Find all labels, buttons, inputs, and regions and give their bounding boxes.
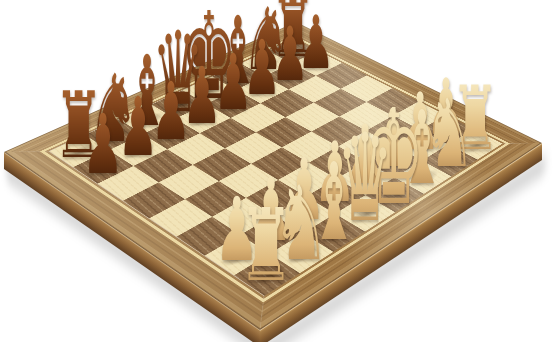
piece-black-pawn[interactable]: ♟ xyxy=(82,102,123,185)
piece-glyph: ♜ xyxy=(239,196,295,296)
piece-white-rook[interactable]: ♜ xyxy=(239,196,295,296)
piece-glyph: ♟ xyxy=(82,102,123,185)
pieces-layer: ♜♞♝♛♚♝♞♜♟♟♟♟♟♟♟♟♟♟♟♟♟♟♟♟♜♞♝♛♚♝♞♜ xyxy=(0,0,555,342)
chess-set-photo: ♜♞♝♛♚♝♞♜♟♟♟♟♟♟♟♟♟♟♟♟♟♟♟♟♜♞♝♛♚♝♞♜ xyxy=(0,0,555,342)
